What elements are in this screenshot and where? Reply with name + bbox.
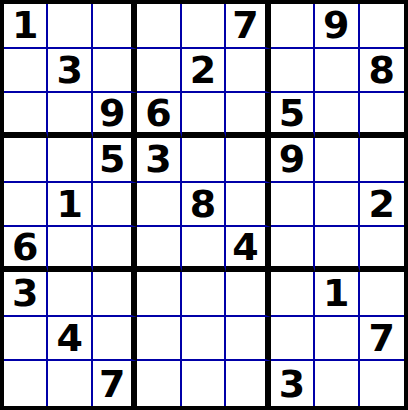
cell-r2c2[interactable]: 3 (48, 49, 92, 94)
cell-r1c2[interactable] (48, 4, 92, 49)
cell-r3c8[interactable] (315, 93, 359, 138)
cell-r6c3[interactable] (93, 227, 137, 272)
cell-r8c8[interactable] (315, 317, 359, 362)
cell-r1c7[interactable] (271, 4, 315, 49)
cell-r7c8[interactable]: 1 (315, 272, 359, 317)
cell-r1c1[interactable]: 1 (4, 4, 48, 49)
cell-r2c9[interactable]: 8 (360, 49, 404, 94)
cell-r5c3[interactable] (93, 183, 137, 228)
cell-r8c1[interactable] (4, 317, 48, 362)
cell-r2c7[interactable] (271, 49, 315, 94)
cell-r4c7[interactable]: 9 (271, 138, 315, 183)
cell-r9c9[interactable] (360, 361, 404, 406)
cell-r9c2[interactable] (48, 361, 92, 406)
cell-r8c5[interactable] (182, 317, 226, 362)
sudoku-board: 17932896553918264314773 (0, 0, 408, 410)
cell-r7c7[interactable] (271, 272, 315, 317)
cell-r9c6[interactable] (226, 361, 270, 406)
cell-r8c3[interactable] (93, 317, 137, 362)
cell-r5c4[interactable] (137, 183, 181, 228)
cell-r9c8[interactable] (315, 361, 359, 406)
cell-r3c4[interactable]: 6 (137, 93, 181, 138)
cell-r5c2[interactable]: 1 (48, 183, 92, 228)
cell-r7c4[interactable] (137, 272, 181, 317)
cell-r5c8[interactable] (315, 183, 359, 228)
cell-r5c9[interactable]: 2 (360, 183, 404, 228)
cell-r2c4[interactable] (137, 49, 181, 94)
cell-r1c5[interactable] (182, 4, 226, 49)
cell-r8c6[interactable] (226, 317, 270, 362)
cell-r1c6[interactable]: 7 (226, 4, 270, 49)
cell-r1c9[interactable] (360, 4, 404, 49)
cell-r4c9[interactable] (360, 138, 404, 183)
cell-r7c3[interactable] (93, 272, 137, 317)
cell-r9c3[interactable]: 7 (93, 361, 137, 406)
cell-r5c7[interactable] (271, 183, 315, 228)
cell-r6c4[interactable] (137, 227, 181, 272)
cell-r6c8[interactable] (315, 227, 359, 272)
cell-r9c5[interactable] (182, 361, 226, 406)
cell-r2c5[interactable]: 2 (182, 49, 226, 94)
cell-r4c3[interactable]: 5 (93, 138, 137, 183)
cell-r4c1[interactable] (4, 138, 48, 183)
cell-r4c4[interactable]: 3 (137, 138, 181, 183)
cell-r6c5[interactable] (182, 227, 226, 272)
cell-r6c1[interactable]: 6 (4, 227, 48, 272)
cell-r5c6[interactable] (226, 183, 270, 228)
cell-r8c2[interactable]: 4 (48, 317, 92, 362)
cell-r1c3[interactable] (93, 4, 137, 49)
cell-r4c6[interactable] (226, 138, 270, 183)
cell-r2c1[interactable] (4, 49, 48, 94)
cell-r3c3[interactable]: 9 (93, 93, 137, 138)
cell-r4c8[interactable] (315, 138, 359, 183)
cell-r7c1[interactable]: 3 (4, 272, 48, 317)
cell-r2c6[interactable] (226, 49, 270, 94)
cell-r3c9[interactable] (360, 93, 404, 138)
cell-r7c9[interactable] (360, 272, 404, 317)
cell-r7c5[interactable] (182, 272, 226, 317)
cell-r5c5[interactable]: 8 (182, 183, 226, 228)
cell-r7c6[interactable] (226, 272, 270, 317)
cell-r8c7[interactable] (271, 317, 315, 362)
cell-r8c4[interactable] (137, 317, 181, 362)
cell-r3c6[interactable] (226, 93, 270, 138)
cell-r4c5[interactable] (182, 138, 226, 183)
cell-r2c8[interactable] (315, 49, 359, 94)
cell-r3c5[interactable] (182, 93, 226, 138)
cell-r1c4[interactable] (137, 4, 181, 49)
cell-r6c7[interactable] (271, 227, 315, 272)
cell-r6c2[interactable] (48, 227, 92, 272)
cell-r9c1[interactable] (4, 361, 48, 406)
cell-r2c3[interactable] (93, 49, 137, 94)
cell-r3c7[interactable]: 5 (271, 93, 315, 138)
cell-r1c8[interactable]: 9 (315, 4, 359, 49)
cell-r9c4[interactable] (137, 361, 181, 406)
cell-r7c2[interactable] (48, 272, 92, 317)
cell-r3c2[interactable] (48, 93, 92, 138)
cell-r6c9[interactable] (360, 227, 404, 272)
cell-r9c7[interactable]: 3 (271, 361, 315, 406)
cell-r3c1[interactable] (4, 93, 48, 138)
cell-r4c2[interactable] (48, 138, 92, 183)
cell-r5c1[interactable] (4, 183, 48, 228)
cell-r6c6[interactable]: 4 (226, 227, 270, 272)
cell-r8c9[interactable]: 7 (360, 317, 404, 362)
